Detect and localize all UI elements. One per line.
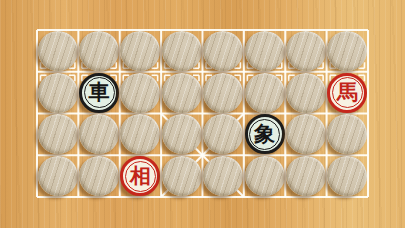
board-cell-r4c2[interactable] (78, 155, 119, 197)
board-cell-r4c5[interactable] (203, 155, 244, 197)
facedown-piece[interactable] (203, 73, 243, 113)
board-cell-r1c8[interactable] (327, 30, 368, 72)
board-cell-r3c3[interactable] (120, 114, 161, 156)
board-cell-r1c2[interactable] (78, 30, 119, 72)
board-cell-r1c6[interactable] (244, 30, 285, 72)
board-cell-r2c3[interactable] (120, 72, 161, 114)
facedown-piece[interactable] (38, 73, 78, 113)
facedown-piece[interactable] (120, 31, 160, 71)
facedown-piece[interactable] (120, 73, 160, 113)
banqi-board-screen: 車馬象相 (0, 0, 405, 228)
board-cell-r3c7[interactable] (285, 114, 326, 156)
revealed-piece-red-相[interactable]: 相 (120, 156, 160, 196)
board-cell-r2c4[interactable] (161, 72, 202, 114)
facedown-piece[interactable] (120, 114, 160, 154)
facedown-piece[interactable] (38, 31, 78, 71)
board-cell-r4c7[interactable] (285, 155, 326, 197)
facedown-piece[interactable] (286, 31, 326, 71)
board-cell-r4c1[interactable] (37, 155, 78, 197)
piece-glyph: 相 (130, 165, 151, 186)
facedown-piece[interactable] (203, 31, 243, 71)
board-cell-r3c6[interactable]: 象 (244, 114, 285, 156)
board-cell-r2c5[interactable] (203, 72, 244, 114)
board-cell-r2c2[interactable]: 車 (78, 72, 119, 114)
facedown-piece[interactable] (162, 73, 202, 113)
facedown-piece[interactable] (79, 31, 119, 71)
board-cells: 車馬象相 (37, 30, 368, 197)
facedown-piece[interactable] (203, 156, 243, 196)
revealed-piece-black-車[interactable]: 車 (79, 73, 119, 113)
facedown-piece[interactable] (327, 156, 367, 196)
board-cell-r2c7[interactable] (285, 72, 326, 114)
facedown-piece[interactable] (38, 156, 78, 196)
facedown-piece[interactable] (79, 114, 119, 154)
piece-glyph: 車 (89, 81, 110, 102)
facedown-piece[interactable] (327, 114, 367, 154)
board-cell-r4c4[interactable] (161, 155, 202, 197)
board-cell-r3c8[interactable] (327, 114, 368, 156)
board-cell-r4c3[interactable]: 相 (120, 155, 161, 197)
facedown-piece[interactable] (203, 114, 243, 154)
board-cell-r2c6[interactable] (244, 72, 285, 114)
board-cell-r3c5[interactable] (203, 114, 244, 156)
board-cell-r1c7[interactable] (285, 30, 326, 72)
facedown-piece[interactable] (286, 156, 326, 196)
board-cell-r1c5[interactable] (203, 30, 244, 72)
facedown-piece[interactable] (162, 114, 202, 154)
board-cell-r2c8[interactable]: 馬 (327, 72, 368, 114)
facedown-piece[interactable] (286, 73, 326, 113)
board-cell-r1c4[interactable] (161, 30, 202, 72)
facedown-piece[interactable] (286, 114, 326, 154)
facedown-piece[interactable] (162, 31, 202, 71)
board-cell-r1c1[interactable] (37, 30, 78, 72)
board-cell-r4c6[interactable] (244, 155, 285, 197)
board-cell-r3c1[interactable] (37, 114, 78, 156)
board-cell-r4c8[interactable] (327, 155, 368, 197)
piece-glyph: 象 (254, 123, 275, 144)
facedown-piece[interactable] (79, 156, 119, 196)
facedown-piece[interactable] (245, 73, 285, 113)
facedown-piece[interactable] (38, 114, 78, 154)
piece-glyph: 馬 (337, 81, 358, 102)
facedown-piece[interactable] (327, 31, 367, 71)
board-cell-r1c3[interactable] (120, 30, 161, 72)
facedown-piece[interactable] (162, 156, 202, 196)
revealed-piece-black-象[interactable]: 象 (245, 114, 285, 154)
board-cell-r3c4[interactable] (161, 114, 202, 156)
facedown-piece[interactable] (245, 31, 285, 71)
revealed-piece-red-馬[interactable]: 馬 (327, 73, 367, 113)
board-cell-r3c2[interactable] (78, 114, 119, 156)
board-cell-r2c1[interactable] (37, 72, 78, 114)
facedown-piece[interactable] (245, 156, 285, 196)
